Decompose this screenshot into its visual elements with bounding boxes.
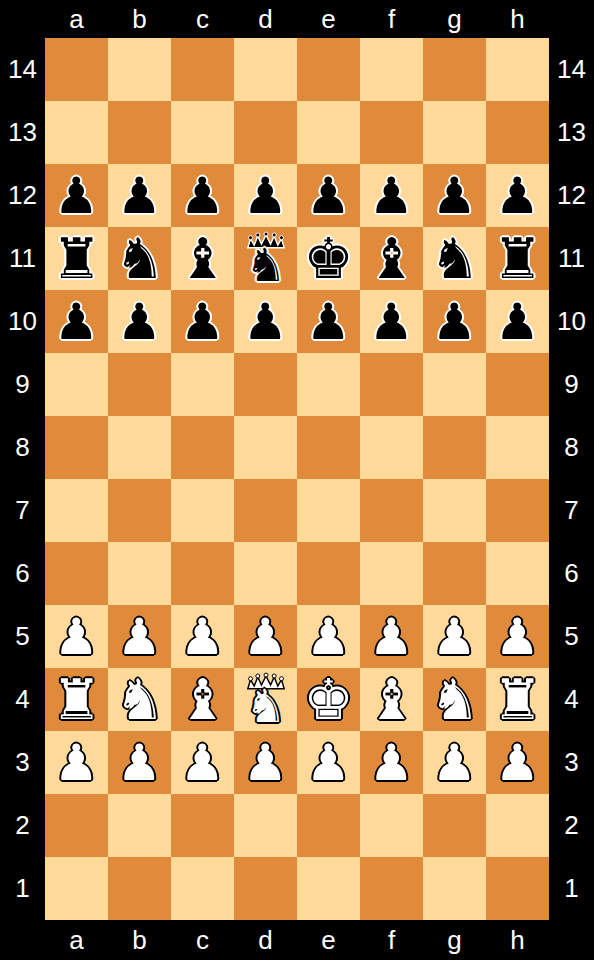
square-f2[interactable]	[360, 794, 423, 857]
square-h12[interactable]: ♟	[486, 164, 549, 227]
white-pawn[interactable]: ♟	[495, 612, 540, 662]
square-d14[interactable]	[234, 38, 297, 101]
file-label-c: c	[171, 920, 234, 960]
square-a8[interactable]	[45, 416, 108, 479]
square-b6[interactable]	[108, 542, 171, 605]
square-f12[interactable]: ♟	[360, 164, 423, 227]
rank-label-2: 2	[0, 794, 45, 857]
square-c1[interactable]	[171, 857, 234, 920]
file-label-d: d	[234, 920, 297, 960]
file-labels-bottom: abcdefgh	[45, 920, 549, 960]
black-king[interactable]: ♚	[303, 231, 353, 287]
square-b2[interactable]	[108, 794, 171, 857]
square-f14[interactable]	[360, 38, 423, 101]
square-g4[interactable]: ♞	[423, 668, 486, 731]
rank-label-3: 3	[549, 731, 594, 794]
square-a13[interactable]	[45, 101, 108, 164]
square-e1[interactable]	[297, 857, 360, 920]
square-h3[interactable]: ♟	[486, 731, 549, 794]
square-d10[interactable]: ♟	[234, 290, 297, 353]
rank-label-14: 14	[0, 38, 45, 101]
square-g10[interactable]: ♟	[423, 290, 486, 353]
square-c10[interactable]: ♟	[171, 290, 234, 353]
rank-label-9: 9	[549, 353, 594, 416]
square-h8[interactable]	[486, 416, 549, 479]
rank-label-5: 5	[0, 605, 45, 668]
square-b4[interactable]: ♞	[108, 668, 171, 731]
square-e3[interactable]: ♟	[297, 731, 360, 794]
square-e13[interactable]	[297, 101, 360, 164]
square-b9[interactable]	[108, 353, 171, 416]
file-label-e: e	[297, 0, 360, 38]
square-a6[interactable]	[45, 542, 108, 605]
square-d1[interactable]	[234, 857, 297, 920]
square-e12[interactable]: ♟	[297, 164, 360, 227]
square-f13[interactable]	[360, 101, 423, 164]
board-frame: abcdefgh 1413121110987654321 ♟♟♟♟♟♟♟♟♜♞♝…	[0, 0, 594, 960]
square-d5[interactable]: ♟	[234, 605, 297, 668]
square-b8[interactable]	[108, 416, 171, 479]
white-pawn[interactable]: ♟	[369, 738, 414, 788]
square-e2[interactable]	[297, 794, 360, 857]
white-amazon[interactable]: ♞	[234, 668, 297, 731]
white-bishop[interactable]: ♝	[366, 672, 416, 728]
black-pawn[interactable]: ♟	[495, 171, 540, 221]
square-g9[interactable]	[423, 353, 486, 416]
square-f7[interactable]	[360, 479, 423, 542]
square-g1[interactable]	[423, 857, 486, 920]
white-rook[interactable]: ♜	[51, 672, 101, 728]
black-pawn[interactable]: ♟	[306, 171, 351, 221]
square-c3[interactable]: ♟	[171, 731, 234, 794]
square-g12[interactable]: ♟	[423, 164, 486, 227]
square-b12[interactable]: ♟	[108, 164, 171, 227]
square-h7[interactable]	[486, 479, 549, 542]
file-label-h: h	[486, 920, 549, 960]
black-pawn[interactable]: ♟	[369, 171, 414, 221]
square-c14[interactable]	[171, 38, 234, 101]
rank-label-7: 7	[549, 479, 594, 542]
rank-label-14: 14	[549, 38, 594, 101]
square-d4[interactable]: ♞	[234, 668, 297, 731]
rank-label-3: 3	[0, 731, 45, 794]
amazon-knight-glyph: ♞	[245, 683, 286, 729]
white-knight[interactable]: ♞	[114, 672, 164, 728]
black-bishop[interactable]: ♝	[366, 231, 416, 287]
square-a10[interactable]: ♟	[45, 290, 108, 353]
square-f5[interactable]: ♟	[360, 605, 423, 668]
white-pawn[interactable]: ♟	[54, 738, 99, 788]
square-a9[interactable]	[45, 353, 108, 416]
rank-label-1: 1	[0, 857, 45, 920]
square-d13[interactable]	[234, 101, 297, 164]
white-pawn[interactable]: ♟	[495, 738, 540, 788]
square-h2[interactable]	[486, 794, 549, 857]
square-d6[interactable]	[234, 542, 297, 605]
square-c9[interactable]	[171, 353, 234, 416]
black-bishop[interactable]: ♝	[177, 231, 227, 287]
square-e9[interactable]	[297, 353, 360, 416]
amazon-knight-glyph: ♞	[245, 242, 286, 288]
black-pawn[interactable]: ♟	[180, 297, 225, 347]
square-e11[interactable]: ♚	[297, 227, 360, 290]
file-label-c: c	[171, 0, 234, 38]
square-h11[interactable]: ♜	[486, 227, 549, 290]
black-pawn[interactable]: ♟	[54, 297, 99, 347]
rank-label-13: 13	[0, 101, 45, 164]
white-pawn[interactable]: ♟	[243, 612, 288, 662]
rank-label-8: 8	[0, 416, 45, 479]
black-pawn[interactable]: ♟	[306, 297, 351, 347]
square-d3[interactable]: ♟	[234, 731, 297, 794]
square-d11[interactable]: ♞	[234, 227, 297, 290]
rank-labels-left: 1413121110987654321	[0, 38, 45, 920]
black-amazon[interactable]: ♞	[234, 227, 297, 290]
file-labels-top: abcdefgh	[45, 0, 549, 38]
rank-label-11: 11	[0, 227, 45, 290]
black-pawn[interactable]: ♟	[180, 171, 225, 221]
black-knight[interactable]: ♞	[114, 231, 164, 287]
rank-label-2: 2	[549, 794, 594, 857]
white-pawn[interactable]: ♟	[180, 612, 225, 662]
square-a7[interactable]	[45, 479, 108, 542]
square-g8[interactable]	[423, 416, 486, 479]
square-f11[interactable]: ♝	[360, 227, 423, 290]
square-g5[interactable]: ♟	[423, 605, 486, 668]
square-b13[interactable]	[108, 101, 171, 164]
square-f3[interactable]: ♟	[360, 731, 423, 794]
square-b10[interactable]: ♟	[108, 290, 171, 353]
black-pawn[interactable]: ♟	[243, 171, 288, 221]
square-f1[interactable]	[360, 857, 423, 920]
rank-label-4: 4	[0, 668, 45, 731]
rank-label-10: 10	[0, 290, 45, 353]
white-pawn[interactable]: ♟	[369, 612, 414, 662]
square-e14[interactable]	[297, 38, 360, 101]
square-c5[interactable]: ♟	[171, 605, 234, 668]
white-pawn[interactable]: ♟	[54, 612, 99, 662]
square-f4[interactable]: ♝	[360, 668, 423, 731]
white-pawn[interactable]: ♟	[432, 612, 477, 662]
square-a5[interactable]: ♟	[45, 605, 108, 668]
square-e6[interactable]	[297, 542, 360, 605]
black-pawn[interactable]: ♟	[243, 297, 288, 347]
square-h10[interactable]: ♟	[486, 290, 549, 353]
square-f8[interactable]	[360, 416, 423, 479]
square-h4[interactable]: ♜	[486, 668, 549, 731]
black-pawn[interactable]: ♟	[495, 297, 540, 347]
square-g7[interactable]	[423, 479, 486, 542]
square-b7[interactable]	[108, 479, 171, 542]
file-label-f: f	[360, 920, 423, 960]
file-label-b: b	[108, 920, 171, 960]
square-g14[interactable]	[423, 38, 486, 101]
square-b1[interactable]	[108, 857, 171, 920]
square-g11[interactable]: ♞	[423, 227, 486, 290]
square-h6[interactable]	[486, 542, 549, 605]
rank-label-11: 11	[549, 227, 594, 290]
file-label-b: b	[108, 0, 171, 38]
square-e10[interactable]: ♟	[297, 290, 360, 353]
rank-label-6: 6	[549, 542, 594, 605]
square-b11[interactable]: ♞	[108, 227, 171, 290]
square-e8[interactable]	[297, 416, 360, 479]
rank-label-12: 12	[549, 164, 594, 227]
rank-label-1: 1	[549, 857, 594, 920]
rank-label-4: 4	[549, 668, 594, 731]
rank-label-9: 9	[0, 353, 45, 416]
square-f6[interactable]	[360, 542, 423, 605]
square-a1[interactable]	[45, 857, 108, 920]
white-pawn[interactable]: ♟	[117, 738, 162, 788]
rank-label-13: 13	[549, 101, 594, 164]
white-pawn[interactable]: ♟	[306, 738, 351, 788]
square-b3[interactable]: ♟	[108, 731, 171, 794]
square-c11[interactable]: ♝	[171, 227, 234, 290]
square-c4[interactable]: ♝	[171, 668, 234, 731]
black-pawn[interactable]: ♟	[432, 297, 477, 347]
white-bishop[interactable]: ♝	[177, 672, 227, 728]
black-pawn[interactable]: ♟	[117, 297, 162, 347]
square-d8[interactable]	[234, 416, 297, 479]
rank-label-12: 12	[0, 164, 45, 227]
square-d12[interactable]: ♟	[234, 164, 297, 227]
square-a11[interactable]: ♜	[45, 227, 108, 290]
file-label-a: a	[45, 0, 108, 38]
board: ♟♟♟♟♟♟♟♟♜♞♝♞♚♝♞♜♟♟♟♟♟♟♟♟♟♟♟♟♟♟♟♟♜♞♝♞♚♝♞♜…	[45, 38, 549, 920]
square-h13[interactable]	[486, 101, 549, 164]
square-c6[interactable]	[171, 542, 234, 605]
square-f9[interactable]	[360, 353, 423, 416]
square-h9[interactable]	[486, 353, 549, 416]
black-pawn[interactable]: ♟	[117, 171, 162, 221]
white-pawn[interactable]: ♟	[306, 612, 351, 662]
square-e5[interactable]: ♟	[297, 605, 360, 668]
square-d2[interactable]	[234, 794, 297, 857]
square-a2[interactable]	[45, 794, 108, 857]
square-g13[interactable]	[423, 101, 486, 164]
rank-label-10: 10	[549, 290, 594, 353]
square-d7[interactable]	[234, 479, 297, 542]
rank-label-8: 8	[549, 416, 594, 479]
white-rook[interactable]: ♜	[492, 672, 542, 728]
black-pawn[interactable]: ♟	[432, 171, 477, 221]
square-g6[interactable]	[423, 542, 486, 605]
square-a14[interactable]	[45, 38, 108, 101]
white-king[interactable]: ♚	[303, 672, 353, 728]
square-f10[interactable]: ♟	[360, 290, 423, 353]
white-pawn[interactable]: ♟	[117, 612, 162, 662]
black-rook[interactable]: ♜	[51, 231, 101, 287]
black-rook[interactable]: ♜	[492, 231, 542, 287]
square-c2[interactable]	[171, 794, 234, 857]
square-c7[interactable]	[171, 479, 234, 542]
square-a12[interactable]: ♟	[45, 164, 108, 227]
white-pawn[interactable]: ♟	[432, 738, 477, 788]
square-a4[interactable]: ♜	[45, 668, 108, 731]
square-h5[interactable]: ♟	[486, 605, 549, 668]
square-b5[interactable]: ♟	[108, 605, 171, 668]
square-g3[interactable]: ♟	[423, 731, 486, 794]
square-h1[interactable]	[486, 857, 549, 920]
rank-label-6: 6	[0, 542, 45, 605]
white-pawn[interactable]: ♟	[180, 738, 225, 788]
square-e7[interactable]	[297, 479, 360, 542]
black-knight[interactable]: ♞	[429, 231, 479, 287]
file-label-f: f	[360, 0, 423, 38]
square-e4[interactable]: ♚	[297, 668, 360, 731]
file-label-g: g	[423, 920, 486, 960]
black-pawn[interactable]: ♟	[54, 171, 99, 221]
square-h14[interactable]	[486, 38, 549, 101]
square-c13[interactable]	[171, 101, 234, 164]
square-g2[interactable]	[423, 794, 486, 857]
white-knight[interactable]: ♞	[429, 672, 479, 728]
rank-labels-right: 1413121110987654321	[549, 38, 594, 920]
file-label-h: h	[486, 0, 549, 38]
square-c8[interactable]	[171, 416, 234, 479]
rank-label-5: 5	[549, 605, 594, 668]
file-label-e: e	[297, 920, 360, 960]
square-b14[interactable]	[108, 38, 171, 101]
rank-label-7: 7	[0, 479, 45, 542]
file-label-a: a	[45, 920, 108, 960]
white-pawn[interactable]: ♟	[243, 738, 288, 788]
square-a3[interactable]: ♟	[45, 731, 108, 794]
file-label-g: g	[423, 0, 486, 38]
black-pawn[interactable]: ♟	[369, 297, 414, 347]
square-d9[interactable]	[234, 353, 297, 416]
file-label-d: d	[234, 0, 297, 38]
square-c12[interactable]: ♟	[171, 164, 234, 227]
